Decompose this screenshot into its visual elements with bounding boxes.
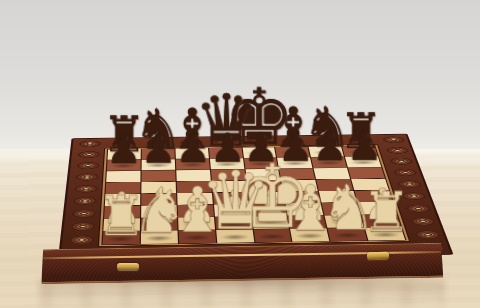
table-reflection — [40, 281, 444, 308]
square-b1: ♞ — [141, 231, 178, 245]
piece-black-pawn-h7: ♟ — [347, 126, 383, 166]
piece-black-pawn-g7: ♟ — [312, 127, 348, 167]
square-b7: ♟ — [141, 159, 174, 170]
piece-black-pawn-b7: ♟ — [140, 129, 176, 169]
piece-white-rook-a1: ♜ — [96, 188, 146, 244]
piece-black-pawn-a7: ♟ — [106, 130, 142, 170]
square-a1: ♜ — [103, 231, 140, 245]
box-front-panel — [41, 243, 444, 284]
board-squares: ♜♞♝♛♚♝♞♜♟♟♟♟♟♟♟♟♟♟♟♟♟♟♟♟♜♞♝♛♚♝♞♜ — [101, 145, 406, 245]
square-a7: ♟ — [107, 160, 141, 171]
chessboard: ♜♞♝♛♚♝♞♜♟♟♟♟♟♟♟♟♟♟♟♟♟♟♟♟♜♞♝♛♚♝♞♜ — [58, 134, 454, 261]
chess-set-photo: ♜♞♝♛♚♝♞♜♟♟♟♟♟♟♟♟♟♟♟♟♟♟♟♟♜♞♝♛♚♝♞♜ — [0, 0, 480, 308]
square-h7: ♟ — [345, 156, 381, 167]
square-g7: ♟ — [311, 157, 347, 168]
brass-latch-right — [367, 252, 389, 260]
brass-latch-left — [117, 263, 139, 270]
